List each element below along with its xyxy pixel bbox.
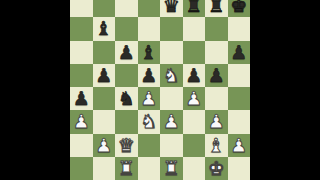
white-king-piece[interactable]: ♚ — [208, 157, 225, 180]
square-c4[interactable]: ♞ — [115, 87, 138, 110]
square-d3[interactable]: ♞ — [138, 110, 161, 133]
square-c2[interactable]: ♛ — [115, 134, 138, 157]
square-h6[interactable]: ♟ — [228, 41, 251, 64]
square-b2[interactable]: ♟ — [93, 134, 116, 157]
square-a1[interactable] — [70, 157, 93, 180]
square-d8[interactable] — [138, 0, 161, 17]
white-pawn-piece[interactable]: ♟ — [163, 110, 180, 133]
square-h8[interactable]: ♚ — [228, 0, 251, 17]
square-h4[interactable] — [228, 87, 251, 110]
square-g8[interactable]: ♜ — [205, 0, 228, 17]
square-e8[interactable]: ♛ — [160, 0, 183, 17]
white-pawn-piece[interactable]: ♟ — [185, 87, 202, 110]
black-king-piece[interactable]: ♚ — [230, 0, 247, 17]
square-a3[interactable]: ♟ — [70, 110, 93, 133]
black-pawn-piece[interactable]: ♟ — [73, 87, 90, 110]
square-f5[interactable]: ♟ — [183, 64, 206, 87]
square-b6[interactable] — [93, 41, 116, 64]
square-g6[interactable] — [205, 41, 228, 64]
square-g2[interactable]: ♝ — [205, 134, 228, 157]
square-a7[interactable] — [70, 17, 93, 40]
black-knight-piece[interactable]: ♞ — [118, 87, 135, 110]
square-g4[interactable] — [205, 87, 228, 110]
square-h7[interactable] — [228, 17, 251, 40]
black-bishop-piece[interactable]: ♝ — [95, 17, 112, 40]
square-b3[interactable] — [93, 110, 116, 133]
square-c5[interactable] — [115, 64, 138, 87]
black-pawn-piece[interactable]: ♟ — [185, 64, 202, 87]
square-c3[interactable] — [115, 110, 138, 133]
square-h5[interactable] — [228, 64, 251, 87]
square-a6[interactable] — [70, 41, 93, 64]
square-e4[interactable] — [160, 87, 183, 110]
square-d4[interactable]: ♟ — [138, 87, 161, 110]
square-f7[interactable] — [183, 17, 206, 40]
letterbox-right — [250, 0, 320, 180]
square-c1[interactable]: ♜ — [115, 157, 138, 180]
black-rook-piece[interactable]: ♜ — [208, 0, 225, 17]
square-b4[interactable] — [93, 87, 116, 110]
square-b7[interactable]: ♝ — [93, 17, 116, 40]
square-a2[interactable] — [70, 134, 93, 157]
square-g5[interactable]: ♟ — [205, 64, 228, 87]
square-f2[interactable] — [183, 134, 206, 157]
white-pawn-piece[interactable]: ♟ — [73, 110, 90, 133]
square-c7[interactable] — [115, 17, 138, 40]
square-e2[interactable] — [160, 134, 183, 157]
square-d7[interactable] — [138, 17, 161, 40]
square-d6[interactable]: ♝ — [138, 41, 161, 64]
square-d5[interactable]: ♟ — [138, 64, 161, 87]
white-pawn-piece[interactable]: ♟ — [95, 134, 112, 157]
white-pawn-piece[interactable]: ♟ — [230, 134, 247, 157]
square-c6[interactable]: ♟ — [115, 41, 138, 64]
white-queen-piece[interactable]: ♛ — [118, 134, 135, 157]
black-pawn-piece[interactable]: ♟ — [230, 41, 247, 64]
square-h1[interactable] — [228, 157, 251, 180]
square-a8[interactable] — [70, 0, 93, 17]
chess-app-stage: ♛♜♜♚♝♟♝♟♟♟♞♟♟♟♞♟♟♟♞♟♟♟♛♝♟♜♜♚ — [0, 0, 320, 180]
square-c8[interactable] — [115, 0, 138, 17]
black-pawn-piece[interactable]: ♟ — [140, 64, 157, 87]
square-g7[interactable] — [205, 17, 228, 40]
square-f3[interactable] — [183, 110, 206, 133]
black-queen-piece[interactable]: ♛ — [163, 0, 180, 17]
square-h2[interactable]: ♟ — [228, 134, 251, 157]
square-d1[interactable] — [138, 157, 161, 180]
square-e7[interactable] — [160, 17, 183, 40]
square-d2[interactable] — [138, 134, 161, 157]
square-e1[interactable]: ♜ — [160, 157, 183, 180]
white-pawn-piece[interactable]: ♟ — [208, 110, 225, 133]
square-f6[interactable] — [183, 41, 206, 64]
square-f4[interactable]: ♟ — [183, 87, 206, 110]
black-bishop-piece[interactable]: ♝ — [140, 41, 157, 64]
square-h3[interactable] — [228, 110, 251, 133]
white-knight-piece[interactable]: ♞ — [140, 110, 157, 133]
black-rook-piece[interactable]: ♜ — [185, 0, 202, 17]
square-f8[interactable]: ♜ — [183, 0, 206, 17]
square-e5[interactable]: ♞ — [160, 64, 183, 87]
white-knight-piece[interactable]: ♞ — [163, 64, 180, 87]
square-f1[interactable] — [183, 157, 206, 180]
square-e6[interactable] — [160, 41, 183, 64]
square-g1[interactable]: ♚ — [205, 157, 228, 180]
white-rook-piece[interactable]: ♜ — [118, 157, 135, 180]
square-g3[interactable]: ♟ — [205, 110, 228, 133]
letterbox-left — [0, 0, 70, 180]
square-a4[interactable]: ♟ — [70, 87, 93, 110]
square-b1[interactable] — [93, 157, 116, 180]
white-bishop-piece[interactable]: ♝ — [208, 134, 225, 157]
black-pawn-piece[interactable]: ♟ — [95, 64, 112, 87]
black-pawn-piece[interactable]: ♟ — [208, 64, 225, 87]
white-rook-piece[interactable]: ♜ — [163, 157, 180, 180]
chess-board[interactable]: ♛♜♜♚♝♟♝♟♟♟♞♟♟♟♞♟♟♟♞♟♟♟♛♝♟♜♜♚ — [70, 0, 250, 180]
square-b5[interactable]: ♟ — [93, 64, 116, 87]
square-e3[interactable]: ♟ — [160, 110, 183, 133]
square-b8[interactable] — [93, 0, 116, 17]
square-a5[interactable] — [70, 64, 93, 87]
black-pawn-piece[interactable]: ♟ — [118, 41, 135, 64]
white-pawn-piece[interactable]: ♟ — [140, 87, 157, 110]
